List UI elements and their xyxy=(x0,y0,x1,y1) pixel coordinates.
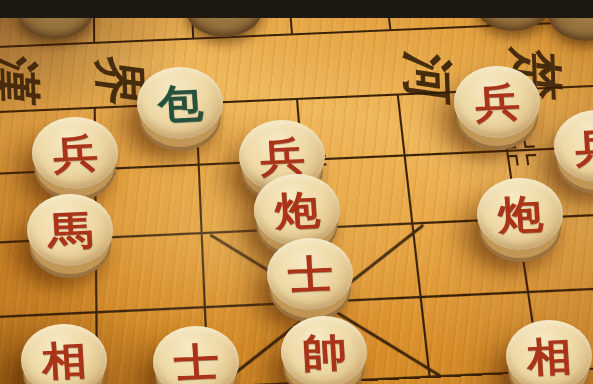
piece-glyph: 炮 xyxy=(496,193,543,235)
piece-glyph: 帥 xyxy=(300,331,347,373)
piece-glyph: 相 xyxy=(525,335,572,377)
piece-glyph: 兵 xyxy=(258,135,305,177)
piece-unknown-unidentified xyxy=(475,18,551,31)
pieces-layer: 相士帥相士馬炮炮兵兵兵兵包 xyxy=(0,18,593,384)
piece-red-horse[interactable]: 馬 xyxy=(27,194,113,266)
piece-glyph: 兵 xyxy=(473,81,520,123)
piece-red-advisor[interactable]: 士 xyxy=(267,238,353,310)
piece-red-soldier[interactable]: 兵 xyxy=(554,110,593,182)
piece-red-cannon[interactable]: 炮 xyxy=(477,178,563,250)
piece-glyph: 兵 xyxy=(51,132,98,174)
piece-red-elephant[interactable]: 相 xyxy=(21,324,107,384)
piece-glyph: 兵 xyxy=(573,125,593,167)
piece-glyph: 馬 xyxy=(46,209,93,251)
piece-black-cannon[interactable]: 包 xyxy=(137,67,223,139)
piece-red-cannon[interactable]: 炮 xyxy=(254,174,340,246)
piece-unknown-unidentified xyxy=(17,18,93,39)
piece-red-elephant[interactable]: 相 xyxy=(506,320,592,384)
piece-glyph: 士 xyxy=(286,253,333,295)
piece-unknown-unidentified xyxy=(548,18,593,41)
piece-glyph: 炮 xyxy=(273,189,320,231)
piece-red-general[interactable]: 帥 xyxy=(281,316,367,384)
piece-glyph: 包 xyxy=(156,82,203,124)
piece-unknown-unidentified xyxy=(186,18,262,37)
piece-red-soldier[interactable]: 兵 xyxy=(454,66,540,138)
xiangqi-board-photo: 漢界河楚 相士帥相士馬炮炮兵兵兵兵包 xyxy=(0,18,593,384)
piece-glyph: 士 xyxy=(172,341,219,383)
piece-glyph: 相 xyxy=(40,339,87,381)
piece-red-soldier[interactable]: 兵 xyxy=(32,117,118,189)
piece-red-advisor[interactable]: 士 xyxy=(153,326,239,384)
